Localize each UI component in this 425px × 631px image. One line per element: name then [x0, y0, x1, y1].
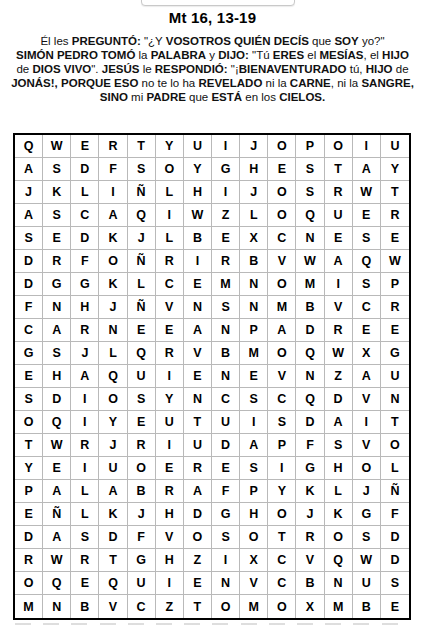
grid-cell-r13c13: I — [353, 411, 381, 434]
grid-cell-r19c5: G — [128, 549, 156, 572]
grid-cell-r10c5: Q — [128, 342, 156, 365]
grid-cell-r8c9: N — [240, 296, 268, 319]
grid-cell-r1c13: I — [353, 135, 381, 158]
grid-cell-r21c8: O — [212, 595, 240, 618]
passage-word-bold: PREGUNTÓ: — [72, 35, 141, 49]
grid-cell-r19c9: X — [240, 549, 268, 572]
grid-cell-r15c5: O — [128, 457, 156, 480]
grid-cell-r10c3: J — [71, 342, 99, 365]
passage-word: no te lo ha — [138, 77, 198, 91]
grid-cell-r14c1: T — [15, 434, 43, 457]
grid-cell-r12c3: I — [71, 388, 99, 411]
grid-cell-r13c3: I — [71, 411, 99, 434]
grid-cell-r20c12: N — [325, 572, 353, 595]
grid-cell-r15c7: R — [184, 457, 212, 480]
grid-cell-r17c9: H — [240, 503, 268, 526]
grid-cell-r7c1: D — [15, 273, 43, 296]
passage-word-bold: SOY — [334, 35, 358, 49]
passage-word: , ni la — [331, 77, 362, 91]
passage-word: "Tú — [249, 49, 273, 63]
passage-word-bold: HIJO — [366, 63, 393, 77]
grid-cell-r2c5: S — [128, 158, 156, 181]
passage-word-bold: SINO — [100, 91, 128, 105]
grid-cell-r5c2: E — [43, 227, 71, 250]
grid-cell-r3c6: L — [156, 181, 184, 204]
grid-cell-r20c2: Q — [43, 572, 71, 595]
grid-cell-r6c9: B — [240, 250, 268, 273]
grid-cell-r21c7: T — [184, 595, 212, 618]
grid-cell-r3c11: S — [296, 181, 324, 204]
grid-cell-r9c10: A — [268, 319, 296, 342]
grid-cell-r4c6: I — [156, 204, 184, 227]
grid-cell-r16c5: B — [128, 480, 156, 503]
grid-cell-r10c12: W — [325, 342, 353, 365]
grid-cell-r10c1: G — [15, 342, 43, 365]
grid-cell-r4c7: W — [184, 204, 212, 227]
grid-cell-r6c8: R — [212, 250, 240, 273]
grid-cell-r19c1: R — [15, 549, 43, 572]
grid-cell-r4c8: Z — [212, 204, 240, 227]
grid-cell-r10c10: O — [268, 342, 296, 365]
grid-cell-r19c14: D — [381, 549, 409, 572]
grid-cell-r11c9: E — [240, 365, 268, 388]
cutoff-grid-bottom — [15, 623, 409, 625]
grid-cell-r16c4: A — [99, 480, 127, 503]
grid-cell-r19c3: R — [71, 549, 99, 572]
grid-cell-r2c2: S — [43, 158, 71, 181]
grid-cell-r9c11: D — [296, 319, 324, 342]
grid-cell-r18c13: S — [353, 526, 381, 549]
passage-word-bold: REVELADO — [198, 77, 262, 91]
grid-cell-r6c13: Q — [353, 250, 381, 273]
grid-cell-r10c6: R — [156, 342, 184, 365]
grid-cell-r16c10: Y — [268, 480, 296, 503]
grid-cell-r7c3: G — [71, 273, 99, 296]
grid-cell-r4c12: U — [325, 204, 353, 227]
grid-cell-r12c10: C — [268, 388, 296, 411]
passage-word: la — [135, 49, 150, 63]
grid-cell-r11c6: I — [156, 365, 184, 388]
grid-cell-r3c3: L — [71, 181, 99, 204]
grid-cell-r10c8: B — [212, 342, 240, 365]
grid-cell-r5c14: E — [381, 227, 409, 250]
grid-cell-r11c13: A — [353, 365, 381, 388]
word-search-grid: QWERTYUIJOPOIUASDFSOYGHESTAYJKLIÑLHIJOSR… — [13, 133, 411, 620]
grid-cell-r18c9: O — [240, 526, 268, 549]
grid-cell-r21c14: E — [381, 595, 409, 618]
grid-cell-r7c5: L — [128, 273, 156, 296]
grid-cell-r14c3: R — [71, 434, 99, 457]
passage-word: tú, — [347, 63, 366, 77]
grid-cell-r17c3: L — [71, 503, 99, 526]
grid-cell-r6c14: W — [381, 250, 409, 273]
grid-cell-r11c4: Q — [99, 365, 127, 388]
grid-cell-r16c8: F — [212, 480, 240, 503]
grid-cell-r8c5: Ñ — [128, 296, 156, 319]
page-title: Mt 16, 13-19 — [0, 9, 425, 26]
grid-cell-r20c9: V — [240, 572, 268, 595]
passage-word: en los — [242, 91, 279, 105]
grid-cell-r20c8: N — [212, 572, 240, 595]
grid-cell-r6c5: Ñ — [128, 250, 156, 273]
grid-cell-r18c14: D — [381, 526, 409, 549]
passage-word: ". — [91, 63, 101, 77]
passage-word-bold: PORQUE ESO — [61, 77, 138, 91]
grid-cell-r8c8: S — [212, 296, 240, 319]
grid-cell-r3c9: J — [240, 181, 268, 204]
passage-word-bold: SIMÓN PEDRO TOMÓ — [16, 49, 135, 63]
grid-cell-r7c10: O — [268, 273, 296, 296]
grid-cell-r7c7: E — [184, 273, 212, 296]
grid-cell-r15c8: E — [212, 457, 240, 480]
grid-cell-r2c9: H — [240, 158, 268, 181]
grid-cell-r12c6: Y — [156, 388, 184, 411]
grid-cell-r15c6: E — [156, 457, 184, 480]
grid-cell-r18c7: O — [184, 526, 212, 549]
passage-word-bold: ESTÁ — [211, 91, 242, 105]
grid-cell-r8c14: R — [381, 296, 409, 319]
grid-cell-r8c6: V — [156, 296, 184, 319]
grid-cell-r14c10: P — [268, 434, 296, 457]
grid-cell-r16c14: Ñ — [381, 480, 409, 503]
passage-word-bold: PALABRA — [151, 49, 206, 63]
grid-cell-r3c12: R — [325, 181, 353, 204]
grid-cell-r13c2: Q — [43, 411, 71, 434]
grid-cell-r15c12: H — [325, 457, 353, 480]
grid-cell-r14c6: I — [156, 434, 184, 457]
grid-cell-r20c13: U — [353, 572, 381, 595]
grid-cell-r14c4: J — [99, 434, 127, 457]
grid-cell-r2c4: F — [99, 158, 127, 181]
grid-cell-r9c3: R — [71, 319, 99, 342]
grid-cell-r4c5: Q — [128, 204, 156, 227]
grid-cell-r7c13: S — [353, 273, 381, 296]
grid-cell-r8c10: M — [268, 296, 296, 319]
grid-cell-r20c7: E — [184, 572, 212, 595]
passage-word: que — [186, 91, 212, 105]
grid-cell-r12c5: S — [128, 388, 156, 411]
grid-cell-r18c1: D — [15, 526, 43, 549]
grid-cell-r12c4: O — [99, 388, 127, 411]
grid-cell-r17c8: G — [212, 503, 240, 526]
grid-cell-r10c2: S — [43, 342, 71, 365]
grid-cell-r9c12: R — [325, 319, 353, 342]
grid-cell-r17c1: E — [15, 503, 43, 526]
passage-word-bold: BIENAVENTURADO — [239, 63, 347, 77]
grid-cell-r17c14: F — [381, 503, 409, 526]
grid-cell-r5c11: N — [296, 227, 324, 250]
grid-cell-r13c5: E — [128, 411, 156, 434]
grid-cell-r7c2: G — [43, 273, 71, 296]
grid-cell-r14c5: R — [128, 434, 156, 457]
grid-cell-r12c7: N — [184, 388, 212, 411]
grid-cell-r15c9: S — [240, 457, 268, 480]
grid-cell-r8c7: N — [184, 296, 212, 319]
passage-word-bold: CARNE — [290, 77, 331, 91]
grid-cell-r5c5: J — [128, 227, 156, 250]
grid-cell-r21c3: B — [71, 595, 99, 618]
grid-cell-r4c10: O — [268, 204, 296, 227]
grid-cell-r18c10: T — [268, 526, 296, 549]
grid-cell-r10c9: M — [240, 342, 268, 365]
passage-word: Él les — [40, 35, 71, 49]
grid-cell-r7c8: M — [212, 273, 240, 296]
grid-cell-r7c12: I — [325, 273, 353, 296]
grid-cell-r2c7: Y — [184, 158, 212, 181]
grid-cell-r4c3: C — [71, 204, 99, 227]
grid-cell-r20c1: O — [15, 572, 43, 595]
passage-line-1: Él les PREGUNTÓ: "¿Y VOSOTROS QUIÉN DECÍ… — [0, 35, 425, 49]
grid-cell-r13c10: S — [268, 411, 296, 434]
passage-word-bold: MESÍAS — [319, 49, 363, 63]
grid-cell-r2c13: A — [353, 158, 381, 181]
passage-line-3: de DIOS VIVO". JESÚS le RESPONDIÓ: "¡BIE… — [0, 63, 425, 77]
grid-cell-r10c7: V — [184, 342, 212, 365]
grid-cell-r7c6: C — [156, 273, 184, 296]
grid-cell-r16c1: P — [15, 480, 43, 503]
grid-cell-r14c9: A — [240, 434, 268, 457]
grid-cell-r10c4: L — [99, 342, 127, 365]
grid-cell-r20c4: Q — [99, 572, 127, 595]
grid-cell-r9c5: E — [128, 319, 156, 342]
grid-cell-r8c4: J — [99, 296, 127, 319]
grid-cell-r19c8: I — [212, 549, 240, 572]
passage-word: de — [393, 63, 409, 77]
grid-cell-r17c4: K — [99, 503, 127, 526]
grid-cell-r19c10: C — [268, 549, 296, 572]
passage-word: yo?" — [359, 35, 385, 49]
grid-cell-r2c6: O — [156, 158, 184, 181]
grid-cell-r2c14: Y — [381, 158, 409, 181]
grid-cell-r19c11: V — [296, 549, 324, 572]
grid-cell-r21c6: Z — [156, 595, 184, 618]
grid-cell-r14c13: V — [353, 434, 381, 457]
grid-cell-r18c11: R — [296, 526, 324, 549]
grid-cell-r3c4: I — [99, 181, 127, 204]
grid-cell-r19c2: W — [43, 549, 71, 572]
scripture-passage: Él les PREGUNTÓ: "¿Y VOSOTROS QUIÉN DECÍ… — [0, 35, 425, 105]
grid-cell-r17c7: D — [184, 503, 212, 526]
grid-cell-r5c7: B — [184, 227, 212, 250]
passage-line-4: JONÁS!, PORQUE ESO no te lo ha REVELADO … — [0, 77, 425, 91]
passage-word-bold: HIJO — [382, 49, 409, 63]
grid-cell-r5c13: S — [353, 227, 381, 250]
grid-cell-r1c14: U — [381, 135, 409, 158]
grid-cell-r15c10: I — [268, 457, 296, 480]
grid-cell-r13c12: A — [325, 411, 353, 434]
passage-word: mi — [128, 91, 147, 105]
grid-cell-r8c1: F — [15, 296, 43, 319]
passage-word-bold: SANGRE, — [361, 77, 413, 91]
grid-cell-r13c11: D — [296, 411, 324, 434]
grid-cell-r12c13: V — [353, 388, 381, 411]
grid-cell-r1c11: P — [296, 135, 324, 158]
grid-cell-r16c11: K — [296, 480, 324, 503]
grid-cell-r1c1: Q — [15, 135, 43, 158]
grid-cell-r11c14: U — [381, 365, 409, 388]
grid-cell-r11c12: Z — [325, 365, 353, 388]
passage-word: de — [16, 63, 32, 77]
grid-cell-r21c9: M — [240, 595, 268, 618]
passage-word: y — [206, 49, 218, 63]
grid-cell-r20c5: U — [128, 572, 156, 595]
grid-cell-r15c4: U — [99, 457, 127, 480]
grid-cell-r16c2: A — [43, 480, 71, 503]
grid-cell-r12c9: S — [240, 388, 268, 411]
grid-cell-r3c13: W — [353, 181, 381, 204]
grid-cell-r20c6: I — [156, 572, 184, 595]
grid-cell-r13c7: T — [184, 411, 212, 434]
grid-cell-r18c4: D — [99, 526, 127, 549]
grid-cell-r21c2: N — [43, 595, 71, 618]
grid-cell-r17c13: G — [353, 503, 381, 526]
grid-cell-r11c10: V — [268, 365, 296, 388]
grid-cell-r16c6: R — [156, 480, 184, 503]
grid-cell-r2c8: G — [212, 158, 240, 181]
grid-cell-r7c14: P — [381, 273, 409, 296]
grid-cell-r13c6: U — [156, 411, 184, 434]
grid-cell-r6c1: D — [15, 250, 43, 273]
grid-cell-r16c9: P — [240, 480, 268, 503]
grid-cell-r3c5: Ñ — [128, 181, 156, 204]
grid-cell-r14c7: U — [184, 434, 212, 457]
grid-cell-r15c1: Y — [15, 457, 43, 480]
grid-cell-r20c10: C — [268, 572, 296, 595]
grid-cell-r8c11: B — [296, 296, 324, 319]
grid-cell-r16c12: L — [325, 480, 353, 503]
grid-cell-r1c8: I — [212, 135, 240, 158]
grid-cell-r18c8: S — [212, 526, 240, 549]
grid-cell-r10c13: X — [353, 342, 381, 365]
grid-cell-r5c9: X — [240, 227, 268, 250]
grid-cell-r21c13: B — [353, 595, 381, 618]
passage-word: "¡ — [228, 63, 239, 77]
grid-cell-r17c12: K — [325, 503, 353, 526]
grid-cell-r1c7: U — [184, 135, 212, 158]
grid-cell-r14c14: O — [381, 434, 409, 457]
passage-word-bold: PADRE — [146, 91, 185, 105]
grid-cell-r4c14: R — [381, 204, 409, 227]
grid-cell-r7c11: M — [296, 273, 324, 296]
grid-cell-r9c9: P — [240, 319, 268, 342]
passage-word-bold: DIJO: — [218, 49, 249, 63]
grid-cell-r11c1: E — [15, 365, 43, 388]
grid-cell-r1c5: T — [128, 135, 156, 158]
grid-cell-r13c4: Y — [99, 411, 127, 434]
grid-cell-r5c8: E — [212, 227, 240, 250]
grid-cell-r6c11: W — [296, 250, 324, 273]
grid-cell-r6c2: R — [43, 250, 71, 273]
grid-cell-r8c12: V — [325, 296, 353, 319]
grid-cell-r13c1: O — [15, 411, 43, 434]
grid-cell-r18c6: V — [156, 526, 184, 549]
grid-cell-r17c11: J — [296, 503, 324, 526]
cutoff-box-top — [141, 0, 295, 6]
grid-cell-r15c14: L — [381, 457, 409, 480]
grid-cell-r8c2: N — [43, 296, 71, 319]
grid-cell-r5c12: E — [325, 227, 353, 250]
grid-cell-r12c1: S — [15, 388, 43, 411]
grid-cell-r15c13: O — [353, 457, 381, 480]
grid-cell-r6c4: O — [99, 250, 127, 273]
grid-cell-r9c4: N — [99, 319, 127, 342]
grid-cell-r3c7: H — [184, 181, 212, 204]
grid-cell-r11c2: H — [43, 365, 71, 388]
grid-cell-r21c4: V — [99, 595, 127, 618]
passage-word: le — [139, 63, 154, 77]
grid-cell-r13c8: U — [212, 411, 240, 434]
grid-cell-r16c7: A — [184, 480, 212, 503]
grid-cell-r19c4: T — [99, 549, 127, 572]
passage-word: que — [309, 35, 335, 49]
grid-cell-r5c1: S — [15, 227, 43, 250]
passage-word-bold: CIELOS. — [279, 91, 325, 105]
passage-word: ni la — [262, 77, 290, 91]
grid-cell-r9c2: A — [43, 319, 71, 342]
passage-word-bold: VOSOTROS QUIÉN DECÍS — [166, 35, 309, 49]
grid-cell-r16c13: J — [353, 480, 381, 503]
grid-cell-r11c7: E — [184, 365, 212, 388]
grid-cell-r14c8: D — [212, 434, 240, 457]
grid-cell-r20c14: S — [381, 572, 409, 595]
grid-cell-r21c12: M — [325, 595, 353, 618]
grid-cell-r11c8: N — [212, 365, 240, 388]
grid-cell-r4c9: L — [240, 204, 268, 227]
grid-cell-r3c8: I — [212, 181, 240, 204]
grid-cell-r18c5: F — [128, 526, 156, 549]
grid-cell-r12c14: N — [381, 388, 409, 411]
grid-cell-r1c9: J — [240, 135, 268, 158]
grid-cell-r13c14: T — [381, 411, 409, 434]
grid-cell-r14c11: F — [296, 434, 324, 457]
grid-cell-r11c11: N — [296, 365, 324, 388]
grid-cell-r21c11: X — [296, 595, 324, 618]
grid-cell-r17c2: Ñ — [43, 503, 71, 526]
grid-cell-r19c7: Z — [184, 549, 212, 572]
passage-word-bold: RESPONDIÓ: — [155, 63, 228, 77]
grid-cell-r5c10: C — [268, 227, 296, 250]
grid-cell-r11c5: U — [128, 365, 156, 388]
grid-cell-r7c4: K — [99, 273, 127, 296]
grid-cell-r21c5: C — [128, 595, 156, 618]
passage-word: el — [304, 49, 319, 63]
grid-cell-r15c11: G — [296, 457, 324, 480]
grid-cell-r2c12: T — [325, 158, 353, 181]
grid-cell-r2c10: E — [268, 158, 296, 181]
grid-cell-r1c6: Y — [156, 135, 184, 158]
grid-cell-r8c3: H — [71, 296, 99, 319]
passage-word-bold: ERES — [273, 49, 304, 63]
grid-cell-r3c10: O — [268, 181, 296, 204]
passage-word: "¿Y — [141, 35, 166, 49]
grid-cell-r9c6: E — [156, 319, 184, 342]
grid-cell-r10c11: Q — [296, 342, 324, 365]
grid-cell-r4c11: Q — [296, 204, 324, 227]
grid-cell-r6c6: R — [156, 250, 184, 273]
grid-cell-r21c1: M — [15, 595, 43, 618]
grid-cell-r14c2: W — [43, 434, 71, 457]
grid-cell-r1c2: W — [43, 135, 71, 158]
grid-cell-r4c2: S — [43, 204, 71, 227]
grid-cell-r5c3: D — [71, 227, 99, 250]
grid-cell-r16c3: L — [71, 480, 99, 503]
grid-cell-r11c3: A — [71, 365, 99, 388]
grid-cell-r21c10: O — [268, 595, 296, 618]
grid-cell-r5c6: L — [156, 227, 184, 250]
grid-cell-r14c12: S — [325, 434, 353, 457]
grid-cell-r12c12: D — [325, 388, 353, 411]
grid-cell-r6c7: I — [184, 250, 212, 273]
